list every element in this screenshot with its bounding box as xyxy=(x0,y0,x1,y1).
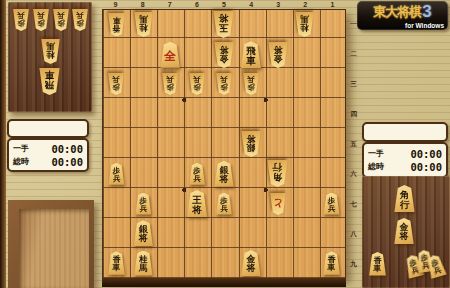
piece-king_g-gote[interactable]: 玉将 xyxy=(212,11,235,38)
square-4九[interactable]: 金将 xyxy=(237,248,264,278)
gote-clock: 一手 00:00 総時 00:00 xyxy=(7,138,89,172)
gote-name-plate xyxy=(7,119,89,138)
board-base xyxy=(102,279,346,287)
sente-hand-stand: 角行金将香車歩兵歩兵歩兵 xyxy=(362,176,450,288)
rank-label: 一 xyxy=(348,9,359,39)
piece-knight-gote[interactable]: 桂馬 xyxy=(40,39,61,64)
piece-knight-gote[interactable]: 桂馬 xyxy=(133,12,154,37)
board-wrap: 香車桂馬玉将桂馬全金将飛車金将歩兵歩兵歩兵歩兵歩兵銀将歩兵歩兵銀将角行歩兵王将歩… xyxy=(102,9,346,279)
square-1九[interactable]: 香車 xyxy=(318,248,345,278)
logo-title: 東大将棋 xyxy=(373,3,421,21)
square-8八[interactable]: 銀将 xyxy=(130,218,157,248)
piece-silver-sente[interactable]: 銀将 xyxy=(213,161,235,187)
piece-bishop-sente[interactable]: 角行 xyxy=(393,185,416,212)
rank-label: 五 xyxy=(348,129,359,159)
shogi-board: 香車桂馬玉将桂馬全金将飛車金将歩兵歩兵歩兵歩兵歩兵銀将歩兵歩兵銀将角行歩兵王将歩… xyxy=(102,9,346,279)
file-label: 2 xyxy=(292,0,319,9)
piece-gold-gote[interactable]: 金将 xyxy=(213,42,235,68)
piece-prom_silver-sente[interactable]: 全 xyxy=(159,42,181,68)
square-8二[interactable] xyxy=(130,40,157,70)
total-time-label: 総時 xyxy=(13,156,29,167)
file-label: 8 xyxy=(129,0,156,9)
square-7五[interactable] xyxy=(157,129,184,159)
square-5六[interactable]: 銀将 xyxy=(211,159,238,189)
square-3四[interactable] xyxy=(264,99,291,129)
rank-label: 七 xyxy=(348,189,359,219)
file-label: 7 xyxy=(156,0,183,9)
square-2二[interactable] xyxy=(291,40,318,70)
move-time-label: 一手 xyxy=(368,148,384,159)
logo-subtitle: for Windows xyxy=(405,22,444,29)
square-9四[interactable] xyxy=(103,99,130,129)
sente-name-plate xyxy=(362,122,448,142)
square-8五[interactable] xyxy=(130,129,157,159)
square-2九[interactable] xyxy=(291,248,318,278)
piece-box xyxy=(8,200,94,288)
piece-knight-gote[interactable]: 桂馬 xyxy=(294,12,315,37)
square-9六[interactable]: 歩兵 xyxy=(103,159,130,189)
table-edge xyxy=(0,0,6,288)
square-4五[interactable]: 銀将 xyxy=(237,129,264,159)
square-1六[interactable] xyxy=(318,159,345,189)
square-3六[interactable]: 角行 xyxy=(264,159,291,189)
square-3九[interactable] xyxy=(264,248,291,278)
logo-number: 3 xyxy=(422,2,431,22)
square-4八[interactable] xyxy=(237,218,264,248)
square-8六[interactable] xyxy=(130,159,157,189)
piece-pawn-gote[interactable]: 歩兵 xyxy=(161,73,179,95)
square-3二[interactable]: 金将 xyxy=(264,40,291,70)
piece-pawn-sente[interactable]: 歩兵 xyxy=(424,253,447,279)
square-9二[interactable] xyxy=(103,40,130,70)
square-3一[interactable] xyxy=(264,10,291,40)
sente-clock: 一手 00:00 総時 00:00 xyxy=(362,142,448,178)
piece-pawn-sente[interactable]: 歩兵 xyxy=(188,163,206,185)
square-3三[interactable] xyxy=(264,70,291,100)
square-7三[interactable]: 歩兵 xyxy=(157,70,184,100)
piece-silver-sente[interactable]: 銀将 xyxy=(132,220,154,246)
piece-lance-sente[interactable]: 香車 xyxy=(368,252,387,276)
square-3五[interactable] xyxy=(264,129,291,159)
piece-pawn-gote[interactable]: 歩兵 xyxy=(188,73,206,95)
square-6二[interactable] xyxy=(184,40,211,70)
square-6四[interactable] xyxy=(184,99,211,129)
square-9七[interactable] xyxy=(103,189,130,219)
piece-bishop-gote[interactable]: 角行 xyxy=(266,160,289,187)
square-2三[interactable] xyxy=(291,70,318,100)
file-label: 4 xyxy=(238,0,265,9)
square-5一[interactable]: 玉将 xyxy=(211,10,238,40)
square-4四[interactable] xyxy=(237,99,264,129)
piece-gold-sente[interactable]: 金将 xyxy=(240,250,262,276)
square-6一[interactable] xyxy=(184,10,211,40)
square-3七[interactable]: と xyxy=(264,189,291,219)
rank-label: 三 xyxy=(348,69,359,99)
square-9五[interactable] xyxy=(103,129,130,159)
piece-gold-gote[interactable]: 金将 xyxy=(267,42,289,68)
piece-pawn-sente[interactable]: 歩兵 xyxy=(107,163,125,185)
file-label: 9 xyxy=(102,0,129,9)
rank-label: 九 xyxy=(348,249,359,279)
app-logo: 東大将棋 3 for Windows xyxy=(357,1,448,30)
file-label: 5 xyxy=(210,0,237,9)
square-5九[interactable] xyxy=(211,248,238,278)
piece-pawn-gote[interactable]: 歩兵 xyxy=(52,9,70,31)
square-8九[interactable]: 桂馬 xyxy=(130,248,157,278)
move-time-label: 一手 xyxy=(13,143,29,154)
total-time-label: 総時 xyxy=(368,161,384,172)
piece-lance-sente[interactable]: 香車 xyxy=(322,251,341,275)
rank-label: 二 xyxy=(348,39,359,69)
square-5三[interactable]: 歩兵 xyxy=(211,70,238,100)
square-2一[interactable]: 桂馬 xyxy=(291,10,318,40)
square-1七[interactable]: 歩兵 xyxy=(318,189,345,219)
square-8四[interactable] xyxy=(130,99,157,129)
square-8七[interactable]: 歩兵 xyxy=(130,189,157,219)
square-7六[interactable] xyxy=(157,159,184,189)
square-5八[interactable] xyxy=(211,218,238,248)
square-5五[interactable] xyxy=(211,129,238,159)
square-7四[interactable] xyxy=(157,99,184,129)
square-2六[interactable] xyxy=(291,159,318,189)
square-6五[interactable] xyxy=(184,129,211,159)
square-4二[interactable]: 飛車 xyxy=(237,40,264,70)
piece-rook-sente[interactable]: 飛車 xyxy=(239,41,262,68)
file-label: 3 xyxy=(265,0,292,9)
square-9八[interactable] xyxy=(103,218,130,248)
piece-lance-gote[interactable]: 香車 xyxy=(107,13,126,37)
square-7九[interactable] xyxy=(157,248,184,278)
square-1五[interactable] xyxy=(318,129,345,159)
square-4七[interactable] xyxy=(237,189,264,219)
square-9三[interactable]: 歩兵 xyxy=(103,70,130,100)
square-2八[interactable] xyxy=(291,218,318,248)
piece-pawn-sente[interactable]: 歩兵 xyxy=(215,193,233,215)
piece-pawn-gote[interactable]: 歩兵 xyxy=(32,9,50,31)
piece-knight-sente[interactable]: 桂馬 xyxy=(133,251,154,276)
rank-label: 八 xyxy=(348,219,359,249)
square-8三[interactable] xyxy=(130,70,157,100)
piece-pawn-gote[interactable]: 歩兵 xyxy=(107,73,125,95)
square-7八[interactable] xyxy=(157,218,184,248)
piece-gold-sente[interactable]: 金将 xyxy=(393,218,415,244)
move-time-value: 00:00 xyxy=(51,143,83,155)
square-2七[interactable] xyxy=(291,189,318,219)
square-6三[interactable]: 歩兵 xyxy=(184,70,211,100)
square-1四[interactable] xyxy=(318,99,345,129)
piece-tokin-gote[interactable]: と xyxy=(269,193,287,215)
square-3八[interactable] xyxy=(264,218,291,248)
piece-pawn-gote[interactable]: 歩兵 xyxy=(242,73,260,95)
square-9九[interactable]: 香車 xyxy=(103,248,130,278)
total-time-value: 00:00 xyxy=(410,161,442,173)
piece-pawn-gote[interactable]: 歩兵 xyxy=(215,73,233,95)
gote-hand-stand: 歩兵歩兵歩兵歩兵桂馬飛車 xyxy=(8,2,92,112)
square-1三[interactable] xyxy=(318,70,345,100)
square-4一[interactable] xyxy=(237,10,264,40)
piece-pawn-sente[interactable]: 歩兵 xyxy=(323,193,341,215)
square-5七[interactable]: 歩兵 xyxy=(211,189,238,219)
total-time-value: 00:00 xyxy=(51,156,83,168)
rank-label: 六 xyxy=(348,159,359,189)
square-5四[interactable] xyxy=(211,99,238,129)
square-6九[interactable] xyxy=(184,248,211,278)
square-7二[interactable]: 全 xyxy=(157,40,184,70)
square-1八[interactable] xyxy=(318,218,345,248)
square-9一[interactable]: 香車 xyxy=(103,10,130,40)
piece-rook-gote[interactable]: 飛車 xyxy=(38,68,61,95)
square-2四[interactable] xyxy=(291,99,318,129)
square-4三[interactable]: 歩兵 xyxy=(237,70,264,100)
square-1一[interactable] xyxy=(318,10,345,40)
piece-pawn-gote[interactable]: 歩兵 xyxy=(71,9,89,31)
square-6七[interactable]: 王将 xyxy=(184,189,211,219)
square-2五[interactable] xyxy=(291,129,318,159)
square-7七[interactable] xyxy=(157,189,184,219)
square-7一[interactable] xyxy=(157,10,184,40)
square-1二[interactable] xyxy=(318,40,345,70)
move-time-value: 00:00 xyxy=(410,148,442,160)
rank-labels: 一二三四五六七八九 xyxy=(348,9,359,279)
piece-pawn-gote[interactable]: 歩兵 xyxy=(12,9,30,31)
square-8一[interactable]: 桂馬 xyxy=(130,10,157,40)
square-5二[interactable]: 金将 xyxy=(211,40,238,70)
square-6八[interactable] xyxy=(184,218,211,248)
piece-lance-sente[interactable]: 香車 xyxy=(107,251,126,275)
file-label: 6 xyxy=(183,0,210,9)
square-4六[interactable] xyxy=(237,159,264,189)
file-labels: 987654321 xyxy=(102,0,346,9)
shogi-app-window: 東大将棋 3 for Windows 歩兵歩兵歩兵歩兵桂馬飛車 一手 00:00… xyxy=(0,0,450,288)
file-label: 1 xyxy=(319,0,346,9)
piece-silver-gote[interactable]: 銀将 xyxy=(240,131,262,157)
piece-box-inner xyxy=(19,209,89,288)
rank-label: 四 xyxy=(348,99,359,129)
piece-pawn-sente[interactable]: 歩兵 xyxy=(134,193,152,215)
piece-king_s-sente[interactable]: 王将 xyxy=(186,190,209,217)
square-6六[interactable]: 歩兵 xyxy=(184,159,211,189)
